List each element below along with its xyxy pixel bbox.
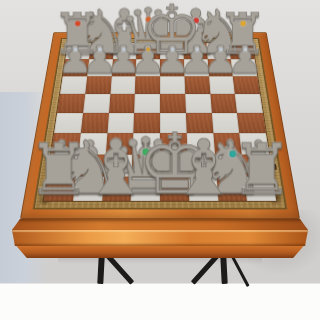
square-c6[interactable]: [110, 76, 136, 94]
square-g5[interactable]: [210, 94, 237, 113]
gold-carved-border: ♜♞♝♛♚♝♞♜♟♟♟♟♟♟♟♟♟♟♟♟♟♟♟♟♜♞♝♛♚♝♞♜: [34, 38, 287, 208]
piece-white-bishop[interactable]: ♝: [73, 135, 161, 200]
square-d5[interactable]: [134, 94, 160, 113]
square-e5[interactable]: [160, 94, 186, 113]
table-edge-molding: [12, 219, 308, 258]
pawn-crystal-orb: [243, 47, 247, 51]
square-a6[interactable]: [60, 76, 87, 94]
crystal-gem: [74, 21, 80, 27]
square-h6[interactable]: [233, 76, 260, 94]
square-h5[interactable]: [235, 94, 263, 113]
piece-white-bishop[interactable]: ♝: [160, 135, 248, 200]
square-a1[interactable]: ♜: [44, 177, 76, 201]
square-d6[interactable]: [135, 76, 160, 94]
molding-step-top: [12, 219, 308, 230]
square-g6[interactable]: [209, 76, 235, 94]
square-h7[interactable]: ♟: [231, 59, 257, 76]
crystal-gem: [240, 21, 246, 27]
chess-board: ♜♞♝♛♚♝♞♜♟♟♟♟♟♟♟♟♟♟♟♟♟♟♟♟♜♞♝♛♚♝♞♜: [44, 43, 277, 201]
square-b6[interactable]: [85, 76, 111, 94]
wooden-table-top: ♜♞♝♛♚♝♞♜♟♟♟♟♟♟♟♟♟♟♟♟♟♟♟♟♜♞♝♛♚♝♞♜: [20, 32, 300, 219]
piece-black-pawn[interactable]: ♟: [208, 42, 281, 75]
chess-table-scene: ♜♞♝♛♚♝♞♜♟♟♟♟♟♟♟♟♟♟♟♟♟♟♟♟♜♞♝♛♚♝♞♜: [20, 0, 300, 219]
molding-step-bottom: [12, 246, 308, 258]
photo-scene: ♜♞♝♛♚♝♞♜♟♟♟♟♟♟♟♟♟♟♟♟♟♟♟♟♜♞♝♛♚♝♞♜: [0, 0, 320, 320]
square-h1[interactable]: ♜: [244, 177, 276, 201]
square-c1[interactable]: ♝: [102, 177, 132, 201]
square-c5[interactable]: [109, 94, 135, 113]
square-b5[interactable]: [83, 94, 110, 113]
molding-bulge: [12, 230, 308, 246]
square-f1[interactable]: ♝: [188, 177, 218, 201]
square-a5[interactable]: [57, 94, 85, 113]
square-f5[interactable]: [185, 94, 211, 113]
square-e6[interactable]: [160, 76, 185, 94]
square-f6[interactable]: [184, 76, 210, 94]
